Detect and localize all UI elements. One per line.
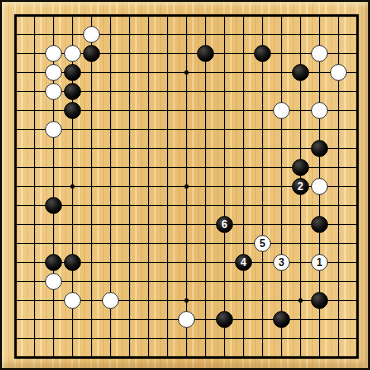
board-cell[interactable] [6, 25, 25, 44]
board-cell[interactable] [120, 215, 139, 234]
board-cell[interactable] [25, 291, 44, 310]
board-cell[interactable] [215, 253, 234, 272]
board-cell[interactable] [139, 196, 158, 215]
board-cell[interactable] [348, 101, 367, 120]
board-cell[interactable] [82, 196, 101, 215]
board-cell[interactable] [291, 348, 310, 367]
board-cell[interactable] [177, 25, 196, 44]
board-cell[interactable] [6, 196, 25, 215]
board-cell[interactable] [63, 177, 82, 196]
board-cell[interactable] [63, 196, 82, 215]
board-cell[interactable] [44, 215, 63, 234]
board-cell[interactable] [63, 234, 82, 253]
board-cell[interactable] [272, 272, 291, 291]
board-cell[interactable] [158, 63, 177, 82]
board-cell[interactable] [82, 120, 101, 139]
board-cell[interactable] [253, 158, 272, 177]
board-cell[interactable] [44, 329, 63, 348]
board-cell[interactable] [120, 44, 139, 63]
board-cell[interactable] [272, 215, 291, 234]
board-cell[interactable] [25, 158, 44, 177]
board-cell[interactable] [44, 101, 63, 120]
board-cell[interactable] [234, 215, 253, 234]
board-cell[interactable] [196, 291, 215, 310]
board-cell[interactable] [6, 348, 25, 367]
board-cell[interactable] [120, 348, 139, 367]
board-cell[interactable] [177, 215, 196, 234]
board-cell[interactable] [310, 120, 329, 139]
board-cell[interactable] [63, 329, 82, 348]
board-cell[interactable] [348, 291, 367, 310]
board-cell[interactable] [158, 6, 177, 25]
board-cell[interactable] [6, 215, 25, 234]
board-cell[interactable] [25, 196, 44, 215]
board-cell[interactable] [82, 310, 101, 329]
board-cell[interactable] [63, 25, 82, 44]
board-cell[interactable] [253, 310, 272, 329]
board-cell[interactable] [63, 272, 82, 291]
board-cell[interactable] [329, 291, 348, 310]
board-cell[interactable] [329, 272, 348, 291]
board-cell[interactable] [6, 44, 25, 63]
board-cell[interactable] [6, 272, 25, 291]
board-cell[interactable] [329, 215, 348, 234]
board-cell[interactable] [329, 44, 348, 63]
board-cell[interactable] [82, 234, 101, 253]
board-cell[interactable] [177, 101, 196, 120]
board-cell[interactable] [329, 101, 348, 120]
board-cell[interactable] [139, 63, 158, 82]
board-cell[interactable] [120, 158, 139, 177]
board-cell[interactable] [234, 329, 253, 348]
board-cell[interactable] [310, 234, 329, 253]
board-cell[interactable] [25, 329, 44, 348]
board-cell[interactable] [25, 177, 44, 196]
board-cell[interactable] [291, 329, 310, 348]
board-cell[interactable] [272, 25, 291, 44]
board-cell[interactable] [291, 234, 310, 253]
board-cell[interactable] [253, 291, 272, 310]
board-cell[interactable] [253, 101, 272, 120]
board-cell[interactable] [348, 6, 367, 25]
board-cell[interactable] [101, 196, 120, 215]
board-cell[interactable] [272, 82, 291, 101]
board-cell[interactable] [348, 196, 367, 215]
board-cell[interactable] [120, 329, 139, 348]
board-cell[interactable] [329, 158, 348, 177]
board-cell[interactable] [139, 272, 158, 291]
board-cell[interactable] [158, 25, 177, 44]
board-cell[interactable] [234, 310, 253, 329]
board-cell[interactable] [310, 348, 329, 367]
board-cell[interactable] [196, 234, 215, 253]
board-cell[interactable] [120, 177, 139, 196]
board-cell[interactable] [101, 139, 120, 158]
board-cell[interactable] [253, 25, 272, 44]
board-cell[interactable] [272, 291, 291, 310]
board-cell[interactable] [63, 310, 82, 329]
board-cell[interactable] [310, 196, 329, 215]
board-cell[interactable] [348, 329, 367, 348]
board-cell[interactable] [291, 6, 310, 25]
board-cell[interactable] [329, 234, 348, 253]
board-cell[interactable] [101, 177, 120, 196]
board-cell[interactable] [177, 63, 196, 82]
board-cell[interactable] [196, 310, 215, 329]
board-cell[interactable] [158, 139, 177, 158]
board-cell[interactable] [82, 158, 101, 177]
board-cell[interactable] [215, 6, 234, 25]
board-cell[interactable] [25, 253, 44, 272]
board-cell[interactable] [215, 63, 234, 82]
board-cell[interactable] [120, 310, 139, 329]
board-cell[interactable] [120, 120, 139, 139]
board-cell[interactable] [82, 82, 101, 101]
board-cell[interactable] [272, 177, 291, 196]
board-cell[interactable] [291, 196, 310, 215]
board-cell[interactable] [25, 44, 44, 63]
board-cell[interactable] [272, 120, 291, 139]
board-cell[interactable] [196, 101, 215, 120]
board-cell[interactable] [253, 348, 272, 367]
board-cell[interactable] [272, 234, 291, 253]
board-cell[interactable] [158, 291, 177, 310]
board-cell[interactable] [234, 25, 253, 44]
board-cell[interactable] [310, 329, 329, 348]
board-cell[interactable] [82, 101, 101, 120]
board-cell[interactable] [120, 272, 139, 291]
board-cell[interactable] [139, 101, 158, 120]
board-cell[interactable] [253, 6, 272, 25]
board-cell[interactable] [253, 139, 272, 158]
board-cell[interactable] [101, 310, 120, 329]
board-cell[interactable] [272, 329, 291, 348]
board-cell[interactable] [120, 6, 139, 25]
board-cell[interactable] [329, 196, 348, 215]
board-cell[interactable] [25, 215, 44, 234]
board-cell[interactable] [177, 272, 196, 291]
board-cell[interactable] [158, 101, 177, 120]
board-cell[interactable] [63, 158, 82, 177]
board-cell[interactable] [234, 6, 253, 25]
board-cell[interactable] [25, 139, 44, 158]
board-cell[interactable] [177, 196, 196, 215]
board-cell[interactable] [329, 139, 348, 158]
board-cell[interactable] [120, 101, 139, 120]
board-cell[interactable] [139, 329, 158, 348]
board-cell[interactable] [196, 82, 215, 101]
board-cell[interactable] [158, 310, 177, 329]
board-cell[interactable] [44, 25, 63, 44]
board-cell[interactable] [158, 348, 177, 367]
board-cell[interactable] [329, 177, 348, 196]
board-cell[interactable] [234, 348, 253, 367]
board-cell[interactable] [139, 310, 158, 329]
board-cell[interactable] [196, 120, 215, 139]
board-cell[interactable] [82, 348, 101, 367]
board-cell[interactable] [253, 196, 272, 215]
board-cell[interactable] [215, 348, 234, 367]
board-cell[interactable] [196, 6, 215, 25]
board-cell[interactable] [101, 25, 120, 44]
board-cell[interactable] [101, 101, 120, 120]
board-cell[interactable] [25, 272, 44, 291]
board-cell[interactable] [329, 120, 348, 139]
board-cell[interactable] [196, 63, 215, 82]
board-cell[interactable] [101, 82, 120, 101]
board-cell[interactable] [215, 234, 234, 253]
board-cell[interactable] [310, 82, 329, 101]
board-cell[interactable] [234, 63, 253, 82]
board-cell[interactable] [177, 348, 196, 367]
board-cell[interactable] [215, 25, 234, 44]
board-cell[interactable] [6, 139, 25, 158]
board-cell[interactable] [196, 272, 215, 291]
board-cell[interactable] [310, 6, 329, 25]
board-cell[interactable] [44, 348, 63, 367]
board-cell[interactable] [177, 291, 196, 310]
board-cell[interactable] [234, 234, 253, 253]
board-cell[interactable] [139, 25, 158, 44]
board-cell[interactable] [25, 348, 44, 367]
board-cell[interactable] [310, 158, 329, 177]
board-cell[interactable] [196, 139, 215, 158]
board-cell[interactable] [177, 234, 196, 253]
board-cell[interactable] [158, 196, 177, 215]
board-cell[interactable] [82, 272, 101, 291]
board-cell[interactable] [82, 329, 101, 348]
board-cell[interactable] [6, 6, 25, 25]
board-cell[interactable] [6, 101, 25, 120]
board-cell[interactable] [158, 234, 177, 253]
board-cell[interactable] [272, 63, 291, 82]
board-cell[interactable] [6, 177, 25, 196]
board-cell[interactable] [348, 82, 367, 101]
board-cell[interactable] [158, 82, 177, 101]
board-cell[interactable] [120, 139, 139, 158]
board-cell[interactable] [120, 234, 139, 253]
board-cell[interactable] [82, 291, 101, 310]
board-cell[interactable] [6, 234, 25, 253]
board-cell[interactable] [82, 63, 101, 82]
board-cell[interactable] [6, 253, 25, 272]
board-cell[interactable] [329, 310, 348, 329]
board-cell[interactable] [120, 25, 139, 44]
board-cell[interactable] [177, 44, 196, 63]
board-cell[interactable] [329, 82, 348, 101]
board-cell[interactable] [44, 291, 63, 310]
board-cell[interactable] [310, 25, 329, 44]
board-cell[interactable] [6, 291, 25, 310]
board-cell[interactable] [329, 25, 348, 44]
board-cell[interactable] [139, 6, 158, 25]
board-cell[interactable] [291, 120, 310, 139]
board-cell[interactable] [44, 158, 63, 177]
board-cell[interactable] [348, 310, 367, 329]
board-cell[interactable] [329, 253, 348, 272]
board-cell[interactable] [329, 6, 348, 25]
board-cell[interactable] [25, 82, 44, 101]
board-cell[interactable] [139, 348, 158, 367]
board-cell[interactable] [234, 82, 253, 101]
board-cell[interactable] [215, 272, 234, 291]
board-cell[interactable] [63, 348, 82, 367]
board-cell[interactable] [348, 139, 367, 158]
board-cell[interactable] [291, 310, 310, 329]
board-cell[interactable] [101, 253, 120, 272]
board-cell[interactable] [348, 215, 367, 234]
board-cell[interactable] [196, 177, 215, 196]
board-cell[interactable] [177, 120, 196, 139]
board-cell[interactable] [101, 6, 120, 25]
board-cell[interactable] [348, 253, 367, 272]
board-cell[interactable] [196, 196, 215, 215]
board-cell[interactable] [215, 329, 234, 348]
board-cell[interactable] [234, 139, 253, 158]
board-cell[interactable] [101, 120, 120, 139]
board-cell[interactable] [158, 44, 177, 63]
board-cell[interactable] [272, 158, 291, 177]
board-cell[interactable] [139, 253, 158, 272]
board-cell[interactable] [215, 139, 234, 158]
board-cell[interactable] [215, 177, 234, 196]
board-cell[interactable] [329, 348, 348, 367]
board-cell[interactable] [215, 196, 234, 215]
board-cell[interactable] [82, 6, 101, 25]
board-cell[interactable] [158, 158, 177, 177]
board-cell[interactable] [44, 310, 63, 329]
board-cell[interactable] [348, 63, 367, 82]
board-cell[interactable] [234, 44, 253, 63]
board-cell[interactable] [139, 120, 158, 139]
board-cell[interactable] [348, 234, 367, 253]
board-cell[interactable] [215, 101, 234, 120]
board-cell[interactable] [120, 82, 139, 101]
board-cell[interactable] [101, 63, 120, 82]
board-cell[interactable] [120, 291, 139, 310]
board-cell[interactable] [348, 44, 367, 63]
board-cell[interactable] [291, 139, 310, 158]
board-cell[interactable] [329, 329, 348, 348]
board-cell[interactable] [348, 177, 367, 196]
board-cell[interactable] [25, 310, 44, 329]
board-cell[interactable] [63, 215, 82, 234]
board-cell[interactable] [272, 139, 291, 158]
board-cell[interactable] [44, 234, 63, 253]
board-cell[interactable] [120, 196, 139, 215]
board-cell[interactable] [158, 215, 177, 234]
board-cell[interactable] [177, 329, 196, 348]
board-cell[interactable] [215, 82, 234, 101]
board-cell[interactable] [25, 6, 44, 25]
board-cell[interactable] [63, 120, 82, 139]
board-cell[interactable] [63, 139, 82, 158]
board-cell[interactable] [6, 329, 25, 348]
board-cell[interactable] [253, 120, 272, 139]
board-cell[interactable] [196, 329, 215, 348]
board-cell[interactable] [272, 196, 291, 215]
board-cell[interactable] [158, 272, 177, 291]
board-cell[interactable] [6, 63, 25, 82]
board-cell[interactable] [139, 215, 158, 234]
board-cell[interactable] [44, 139, 63, 158]
board-cell[interactable] [44, 177, 63, 196]
board-cell[interactable] [310, 272, 329, 291]
board-cell[interactable] [101, 348, 120, 367]
board-cell[interactable] [6, 82, 25, 101]
board-cell[interactable] [25, 101, 44, 120]
board-cell[interactable] [177, 139, 196, 158]
board-cell[interactable] [234, 196, 253, 215]
board-cell[interactable] [348, 25, 367, 44]
board-cell[interactable] [139, 139, 158, 158]
board-cell[interactable] [234, 101, 253, 120]
board-cell[interactable] [82, 215, 101, 234]
board-cell[interactable] [291, 101, 310, 120]
board-cell[interactable] [291, 291, 310, 310]
board-cell[interactable] [291, 215, 310, 234]
board-cell[interactable] [139, 177, 158, 196]
board-cell[interactable] [139, 158, 158, 177]
board-cell[interactable] [63, 6, 82, 25]
board-cell[interactable] [215, 44, 234, 63]
board-cell[interactable] [215, 120, 234, 139]
board-cell[interactable] [291, 82, 310, 101]
board-cell[interactable] [158, 120, 177, 139]
board-cell[interactable] [234, 177, 253, 196]
board-cell[interactable] [253, 272, 272, 291]
board-cell[interactable] [101, 329, 120, 348]
board-cell[interactable] [101, 234, 120, 253]
board-cell[interactable] [291, 44, 310, 63]
board-cell[interactable] [101, 215, 120, 234]
board-cell[interactable] [272, 6, 291, 25]
board-cell[interactable] [101, 44, 120, 63]
board-cell[interactable] [25, 234, 44, 253]
board-cell[interactable] [291, 272, 310, 291]
board-cell[interactable] [44, 6, 63, 25]
board-cell[interactable] [253, 177, 272, 196]
board-cell[interactable] [272, 44, 291, 63]
board-cell[interactable] [196, 25, 215, 44]
board-cell[interactable] [177, 158, 196, 177]
board-cell[interactable] [6, 120, 25, 139]
board-cell[interactable] [177, 6, 196, 25]
board-cell[interactable] [291, 253, 310, 272]
board-cell[interactable] [291, 25, 310, 44]
board-cell[interactable] [253, 329, 272, 348]
board-cell[interactable] [6, 158, 25, 177]
board-cell[interactable] [82, 139, 101, 158]
board-cell[interactable] [234, 158, 253, 177]
board-cell[interactable] [196, 253, 215, 272]
board-cell[interactable] [234, 291, 253, 310]
board-cell[interactable] [82, 253, 101, 272]
board-cell[interactable] [158, 253, 177, 272]
board-cell[interactable] [120, 253, 139, 272]
board-cell[interactable] [6, 310, 25, 329]
board-cell[interactable] [101, 272, 120, 291]
board-cell[interactable] [101, 158, 120, 177]
board-cell[interactable] [25, 63, 44, 82]
board-cell[interactable] [177, 253, 196, 272]
board-cell[interactable] [215, 158, 234, 177]
board-cell[interactable] [253, 253, 272, 272]
board-cell[interactable] [139, 234, 158, 253]
board-cell[interactable] [139, 291, 158, 310]
board-cell[interactable] [348, 272, 367, 291]
board-cell[interactable] [196, 348, 215, 367]
